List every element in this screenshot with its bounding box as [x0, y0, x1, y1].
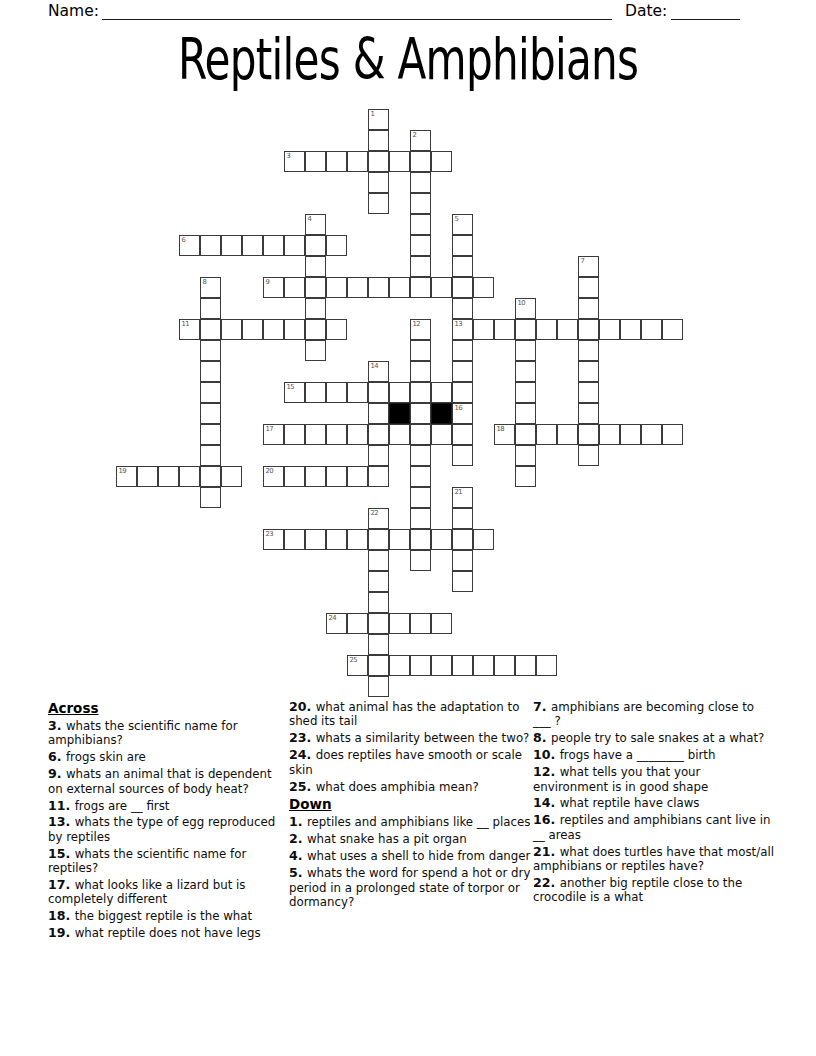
grid-cell[interactable]	[200, 235, 221, 256]
grid-cell[interactable]: 16	[452, 403, 473, 424]
clue-item-text: whats the word for spend a hot or dry pe…	[289, 866, 530, 909]
grid-cell[interactable]	[410, 403, 431, 424]
clue-number: 4	[308, 216, 312, 223]
grid-cell[interactable]	[410, 214, 431, 235]
clue-item: 24. does reptiles have smooth or scale s…	[289, 748, 531, 777]
grid-cell[interactable]	[473, 319, 494, 340]
clue-item-number: 20.	[289, 699, 316, 714]
grid-cell[interactable]	[368, 424, 389, 445]
grid-cell[interactable]: 5	[452, 214, 473, 235]
grid-cell[interactable]	[578, 277, 599, 298]
clue-item-text: what tells you that your environment is …	[533, 765, 708, 793]
clue-item: 5. whats the word for spend a hot or dry…	[289, 866, 531, 909]
grid-cell[interactable]	[515, 445, 536, 466]
grid-cell[interactable]	[389, 424, 410, 445]
grid-cell[interactable]	[326, 529, 347, 550]
clue-item-number: 17.	[48, 877, 75, 892]
clue-item-number: 3.	[48, 718, 66, 733]
grid-cell[interactable]	[641, 424, 662, 445]
clue-column-across: Across3. whats the scientific name for a…	[48, 700, 285, 943]
clue-item-number: 25.	[289, 779, 316, 794]
grid-cell[interactable]: 24	[326, 613, 347, 634]
grid-cell[interactable]	[578, 319, 599, 340]
clue-item-text: what snake has a pit organ	[307, 832, 467, 846]
grid-cell[interactable]	[305, 424, 326, 445]
grid-cell[interactable]	[620, 319, 641, 340]
grid-cell[interactable]	[515, 319, 536, 340]
grid-cell[interactable]: 3	[284, 151, 305, 172]
name-blank-line[interactable]	[102, 3, 612, 20]
grid-cell[interactable]: 8	[200, 277, 221, 298]
grid-cell[interactable]	[368, 277, 389, 298]
grid-cell[interactable]	[347, 424, 368, 445]
clue-item-text: what does turtles have that most/all amp…	[533, 845, 774, 873]
grid-cell[interactable]	[326, 466, 347, 487]
grid-cell[interactable]	[368, 634, 389, 655]
clue-item-number: 13.	[48, 814, 75, 829]
clue-number: 14	[371, 363, 379, 370]
grid-cell[interactable]	[515, 403, 536, 424]
clue-item: 25. what does amphibia mean?	[289, 780, 531, 794]
clue-item-text: what reptile have claws	[560, 796, 700, 810]
grid-cell[interactable]	[515, 340, 536, 361]
grid-cell[interactable]	[662, 424, 683, 445]
black-cell	[431, 403, 452, 424]
grid-cell[interactable]	[347, 529, 368, 550]
clue-number: 10	[518, 300, 526, 307]
clue-number: 19	[119, 468, 127, 475]
grid-cell[interactable]	[326, 319, 347, 340]
grid-cell[interactable]	[410, 613, 431, 634]
grid-cell[interactable]	[536, 319, 557, 340]
worksheet-page: Name: Date: Reptiles & Amphibians 123456…	[0, 0, 816, 1056]
clue-number: 12	[413, 321, 421, 328]
grid-cell[interactable]: 2	[410, 130, 431, 151]
grid-cell[interactable]	[410, 655, 431, 676]
clue-item-text: whats an animal that is dependent on ext…	[48, 767, 272, 795]
clue-item: 15. whats the scientific name for reptil…	[48, 847, 285, 876]
clue-item-text: people try to sale snakes at a what?	[551, 731, 764, 745]
clue-item-number: 19.	[48, 925, 75, 940]
clue-number: 3	[287, 153, 291, 160]
grid-cell[interactable]	[200, 298, 221, 319]
grid-cell[interactable]	[305, 151, 326, 172]
grid-cell[interactable]	[452, 298, 473, 319]
clue-item-text: whats the scientific name for amphibians…	[48, 719, 238, 747]
clue-item-number: 21.	[533, 844, 560, 859]
grid-cell[interactable]	[305, 235, 326, 256]
grid-cell[interactable]	[284, 319, 305, 340]
grid-cell[interactable]	[305, 319, 326, 340]
grid-cell[interactable]	[389, 529, 410, 550]
grid-cell[interactable]	[557, 424, 578, 445]
clue-number: 13	[455, 321, 463, 328]
grid-cell[interactable]: 17	[263, 424, 284, 445]
grid-cell[interactable]: 11	[179, 319, 200, 340]
grid-cell[interactable]	[410, 235, 431, 256]
clue-item-number: 5.	[289, 865, 307, 880]
grid-cell[interactable]	[368, 655, 389, 676]
grid-cell[interactable]	[578, 445, 599, 466]
grid-cell[interactable]	[410, 550, 431, 571]
grid-cell[interactable]	[410, 340, 431, 361]
grid-cell[interactable]	[473, 529, 494, 550]
clue-item: 16. reptiles and amphibians cant live in…	[533, 813, 775, 842]
grid-cell[interactable]: 7	[578, 256, 599, 277]
clue-number: 9	[266, 279, 270, 286]
grid-cell[interactable]	[326, 424, 347, 445]
grid-cell[interactable]	[494, 319, 515, 340]
date-blank-line[interactable]	[671, 3, 740, 20]
grid-cell[interactable]	[431, 424, 452, 445]
grid-cell[interactable]	[515, 361, 536, 382]
grid-cell[interactable]	[662, 319, 683, 340]
grid-cell[interactable]	[515, 466, 536, 487]
grid-cell[interactable]	[158, 466, 179, 487]
grid-cell[interactable]	[221, 319, 242, 340]
clue-number: 5	[455, 216, 459, 223]
grid-cell[interactable]	[410, 193, 431, 214]
grid-cell[interactable]	[557, 319, 578, 340]
grid-cell[interactable]	[578, 298, 599, 319]
grid-cell[interactable]	[368, 550, 389, 571]
grid-cell[interactable]: 19	[116, 466, 137, 487]
grid-cell[interactable]: 14	[368, 361, 389, 382]
grid-cell[interactable]	[368, 466, 389, 487]
grid-cell[interactable]	[305, 466, 326, 487]
clue-item: 2. what snake has a pit organ	[289, 832, 531, 846]
grid-cell[interactable]	[347, 151, 368, 172]
grid-cell[interactable]	[578, 424, 599, 445]
clue-item-text: amphibians are becoming close to ___ ?	[533, 700, 754, 728]
grid-cell[interactable]	[431, 529, 452, 550]
grid-cell[interactable]	[410, 277, 431, 298]
grid-cell[interactable]	[452, 655, 473, 676]
clue-item-number: 18.	[48, 908, 75, 923]
clue-item-number: 23.	[289, 730, 316, 745]
grid-cell[interactable]: 13	[452, 319, 473, 340]
grid-cell[interactable]	[410, 361, 431, 382]
grid-cell[interactable]	[536, 655, 557, 676]
grid-cell[interactable]	[368, 445, 389, 466]
grid-cell[interactable]	[452, 361, 473, 382]
clue-item-number: 16.	[533, 812, 560, 827]
clue-number: 2	[413, 132, 417, 139]
grid-cell[interactable]	[368, 676, 389, 697]
grid-cell[interactable]	[200, 403, 221, 424]
clue-item-text: frogs have a ________ birth	[560, 748, 716, 762]
grid-cell[interactable]	[641, 319, 662, 340]
grid-cell[interactable]	[620, 424, 641, 445]
grid-cell[interactable]	[263, 319, 284, 340]
grid-cell[interactable]	[452, 571, 473, 592]
grid-cell[interactable]	[326, 382, 347, 403]
grid-cell[interactable]	[536, 424, 557, 445]
grid-cell[interactable]	[305, 277, 326, 298]
clue-number: 7	[581, 258, 585, 265]
clue-item: 14. what reptile have claws	[533, 796, 775, 810]
grid-cell[interactable]	[305, 382, 326, 403]
grid-cell[interactable]: 12	[410, 319, 431, 340]
clue-item: 6. frogs skin are	[48, 750, 285, 764]
clue-item-number: 22.	[533, 875, 560, 890]
clue-item: 13. whats the type of egg reproduced by …	[48, 815, 285, 844]
grid-cell[interactable]	[284, 235, 305, 256]
clue-number: 18	[497, 426, 505, 433]
grid-cell[interactable]	[389, 277, 410, 298]
grid-cell[interactable]	[263, 235, 284, 256]
clue-item-text: another big reptile close to the crocodi…	[533, 876, 742, 904]
grid-cell[interactable]	[452, 529, 473, 550]
grid-cell[interactable]	[473, 655, 494, 676]
grid-cell[interactable]	[494, 655, 515, 676]
grid-cell[interactable]: 4	[305, 214, 326, 235]
clue-item: 17. what looks like a lizard but is comp…	[48, 878, 285, 907]
grid-cell[interactable]	[305, 298, 326, 319]
grid-cell[interactable]: 15	[284, 382, 305, 403]
grid-cell[interactable]	[410, 151, 431, 172]
grid-cell[interactable]	[431, 382, 452, 403]
clue-item-number: 24.	[289, 747, 316, 762]
clue-item-number: 9.	[48, 766, 66, 781]
grid-cell[interactable]	[368, 151, 389, 172]
grid-cell[interactable]	[326, 235, 347, 256]
clue-number: 21	[455, 489, 463, 496]
clue-item-text: what reptile does not have legs	[75, 926, 261, 940]
clue-item: 19. what reptile does not have legs	[48, 926, 285, 940]
clue-number: 24	[329, 615, 337, 622]
grid-cell[interactable]	[179, 466, 200, 487]
grid-cell[interactable]: 6	[179, 235, 200, 256]
grid-cell[interactable]	[347, 382, 368, 403]
grid-cell[interactable]	[305, 340, 326, 361]
grid-cell[interactable]	[431, 613, 452, 634]
clue-number: 23	[266, 531, 274, 538]
grid-cell[interactable]	[389, 382, 410, 403]
clue-number: 1	[371, 111, 375, 118]
clue-item: 20. what animal has the adaptation to sh…	[289, 700, 531, 729]
clue-column-middle: 20. what animal has the adaptation to sh…	[289, 700, 531, 912]
grid-cell[interactable]	[305, 529, 326, 550]
grid-cell[interactable]	[578, 403, 599, 424]
grid-cell[interactable]	[452, 424, 473, 445]
clue-item-number: 4.	[289, 848, 307, 863]
grid-cell[interactable]	[368, 403, 389, 424]
clue-item-text: the biggest reptile is the what	[75, 909, 252, 923]
clue-item: 9. whats an animal that is dependent on …	[48, 767, 285, 796]
grid-cell[interactable]	[431, 277, 452, 298]
clue-item-text: whats the scientific name for reptiles?	[48, 847, 246, 875]
clue-item: 3. whats the scientific name for amphibi…	[48, 719, 285, 748]
clue-item-number: 15.	[48, 846, 75, 861]
grid-cell[interactable]	[368, 529, 389, 550]
grid-cell[interactable]	[284, 277, 305, 298]
clue-item-text: what uses a shell to hide from danger	[307, 849, 531, 863]
grid-cell[interactable]	[389, 655, 410, 676]
grid-cell[interactable]	[452, 277, 473, 298]
grid-cell[interactable]	[200, 466, 221, 487]
clue-number: 15	[287, 384, 295, 391]
grid-cell[interactable]	[452, 382, 473, 403]
grid-cell[interactable]	[200, 340, 221, 361]
clue-item-number: 12.	[533, 764, 560, 779]
grid-cell[interactable]	[452, 550, 473, 571]
clue-item-number: 14.	[533, 795, 560, 810]
clue-item-text: whats a similarity between the two?	[316, 731, 530, 745]
grid-cell[interactable]	[389, 613, 410, 634]
grid-cell[interactable]	[305, 256, 326, 277]
clue-item-text: does reptiles have smooth or scale skin	[289, 748, 522, 776]
clue-column-down: 7. amphibians are becoming close to ___ …	[533, 700, 775, 907]
clue-item-number: 1.	[289, 814, 307, 829]
clue-item: 12. what tells you that your environment…	[533, 765, 775, 794]
grid-cell[interactable]	[578, 382, 599, 403]
grid-cell[interactable]	[137, 466, 158, 487]
grid-cell[interactable]	[599, 319, 620, 340]
clue-item-number: 11.	[48, 798, 75, 813]
grid-cell[interactable]	[284, 529, 305, 550]
grid-cell[interactable]	[221, 466, 242, 487]
grid-cell[interactable]	[200, 382, 221, 403]
grid-cell[interactable]	[578, 340, 599, 361]
grid-cell[interactable]	[410, 172, 431, 193]
date-label: Date:	[625, 2, 667, 20]
clue-item: 18. the biggest reptile is the what	[48, 909, 285, 923]
grid-cell[interactable]: 18	[494, 424, 515, 445]
clue-number: 8	[203, 279, 207, 286]
clue-item: 4. what uses a shell to hide from danger	[289, 849, 531, 863]
grid-cell[interactable]	[410, 382, 431, 403]
clue-item-text: what does amphibia mean?	[316, 780, 479, 794]
grid-cell[interactable]	[452, 256, 473, 277]
grid-cell[interactable]: 22	[368, 508, 389, 529]
grid-cell[interactable]	[452, 445, 473, 466]
grid-cell[interactable]	[452, 508, 473, 529]
grid-cell[interactable]	[410, 529, 431, 550]
page-title: Reptiles & Amphibians	[178, 28, 638, 90]
name-label: Name:	[48, 2, 99, 20]
grid-cell[interactable]	[515, 424, 536, 445]
grid-cell[interactable]	[473, 277, 494, 298]
grid-cell[interactable]	[410, 508, 431, 529]
grid-cell[interactable]	[368, 571, 389, 592]
grid-cell[interactable]	[347, 613, 368, 634]
grid-cell[interactable]	[368, 193, 389, 214]
grid-cell[interactable]	[410, 466, 431, 487]
grid-cell[interactable]	[284, 466, 305, 487]
grid-cell[interactable]	[515, 655, 536, 676]
clue-item-text: what animal has the adaptation to shed i…	[289, 700, 519, 728]
grid-cell[interactable]	[200, 319, 221, 340]
grid-cell[interactable]	[368, 382, 389, 403]
clue-item-text: reptiles and amphibians cant live in __ …	[533, 813, 771, 841]
grid-cell[interactable]: 23	[263, 529, 284, 550]
clue-item: 1. reptiles and amphibians like __ place…	[289, 815, 531, 829]
clue-list-header-down: Down	[289, 796, 531, 812]
clue-number: 22	[371, 510, 379, 517]
clue-item-number: 10.	[533, 747, 560, 762]
grid-cell[interactable]	[368, 130, 389, 151]
grid-cell[interactable]: 20	[263, 466, 284, 487]
grid-cell[interactable]	[347, 277, 368, 298]
clue-item-text: frogs are __ first	[75, 799, 170, 813]
clue-number: 6	[182, 237, 186, 244]
clue-item: 10. frogs have a ________ birth	[533, 748, 775, 762]
grid-cell[interactable]: 9	[263, 277, 284, 298]
clue-item: 7. amphibians are becoming close to ___ …	[533, 700, 775, 729]
grid-cell[interactable]	[200, 424, 221, 445]
clue-item-text: whats the type of egg reproduced by rept…	[48, 815, 275, 843]
grid-cell[interactable]	[410, 487, 431, 508]
grid-cell[interactable]	[452, 340, 473, 361]
grid-cell[interactable]	[578, 361, 599, 382]
page-title-wrap: Reptiles & Amphibians	[0, 28, 816, 90]
grid-cell[interactable]	[431, 151, 452, 172]
clue-item-number: 2.	[289, 831, 307, 846]
grid-cell[interactable]	[284, 424, 305, 445]
grid-cell[interactable]	[326, 151, 347, 172]
grid-cell[interactable]	[326, 277, 347, 298]
grid-cell[interactable]	[221, 235, 242, 256]
clue-item: 23. whats a similarity between the two?	[289, 731, 531, 745]
grid-cell[interactable]: 21	[452, 487, 473, 508]
grid-cell[interactable]	[242, 235, 263, 256]
clue-item-text: what looks like a lizard but is complete…	[48, 878, 245, 906]
crossword-grid: 1234567891011121314151617181920212223242…	[116, 109, 683, 697]
clue-number: 16	[455, 405, 463, 412]
grid-cell[interactable]	[410, 424, 431, 445]
grid-cell[interactable]	[410, 256, 431, 277]
clue-item-number: 7.	[533, 699, 551, 714]
grid-cell[interactable]: 25	[347, 655, 368, 676]
grid-cell[interactable]	[410, 445, 431, 466]
grid-cell[interactable]	[368, 613, 389, 634]
clue-number: 11	[182, 321, 190, 328]
clue-list-header-across: Across	[48, 700, 285, 716]
clue-item: 22. another big reptile close to the cro…	[533, 876, 775, 905]
grid-cell[interactable]	[368, 592, 389, 613]
grid-cell[interactable]	[200, 445, 221, 466]
clue-item: 8. people try to sale snakes at a what?	[533, 731, 775, 745]
grid-cell[interactable]	[242, 319, 263, 340]
clue-item-text: reptiles and amphibians like __ places	[307, 815, 530, 829]
grid-cell[interactable]	[347, 466, 368, 487]
clue-item: 21. what does turtles have that most/all…	[533, 845, 775, 874]
grid-cell[interactable]	[515, 382, 536, 403]
grid-cell[interactable]	[452, 235, 473, 256]
grid-cell[interactable]	[200, 487, 221, 508]
clue-number: 20	[266, 468, 274, 475]
grid-cell[interactable]	[368, 172, 389, 193]
grid-cell[interactable]	[200, 361, 221, 382]
grid-cell[interactable]	[389, 151, 410, 172]
grid-cell[interactable]: 1	[368, 109, 389, 130]
grid-cell[interactable]: 10	[515, 298, 536, 319]
clue-number: 17	[266, 426, 274, 433]
grid-cell[interactable]	[431, 655, 452, 676]
clue-item: 11. frogs are __ first	[48, 799, 285, 813]
clue-item-text: frogs skin are	[66, 750, 146, 764]
black-cell	[389, 403, 410, 424]
clue-number: 25	[350, 657, 358, 664]
grid-cell[interactable]	[599, 424, 620, 445]
clue-item-number: 8.	[533, 730, 551, 745]
clue-item-number: 6.	[48, 749, 66, 764]
